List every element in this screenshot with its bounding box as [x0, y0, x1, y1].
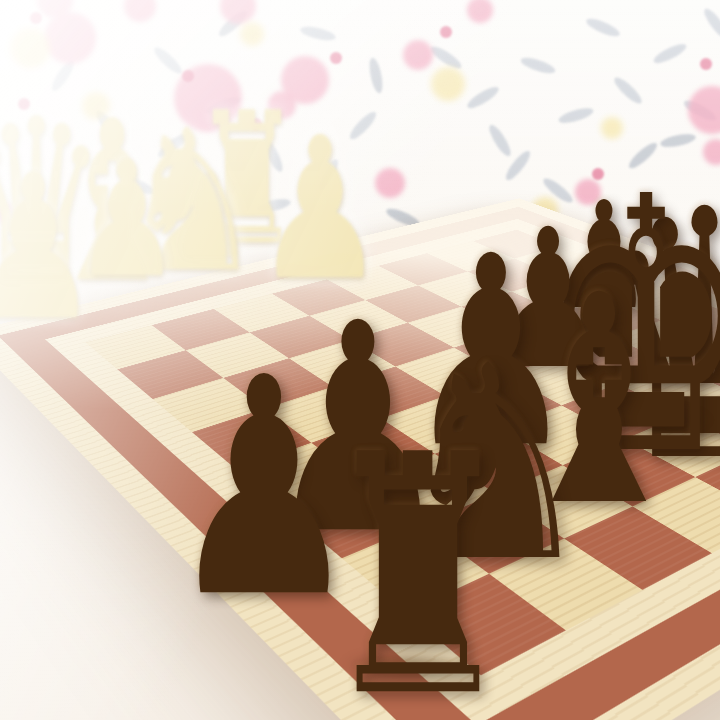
photo-scene: ♜♟♟♞♟♝♟♚♟♛♛♟♝♟♞♟♜♟	[0, 0, 720, 720]
white-pawn-e2: ♟	[0, 148, 99, 348]
black-rook-h8: ♜	[320, 412, 515, 720]
